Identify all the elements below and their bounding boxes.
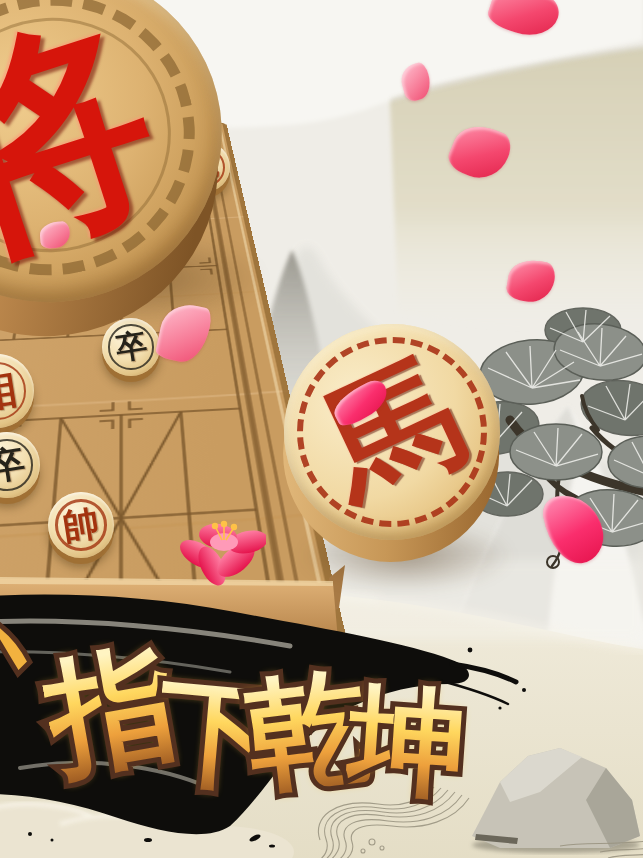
- slogan-partial-stroke: [0, 614, 36, 684]
- char-fill: 坤: [344, 680, 470, 806]
- slogan-char-4: 坤 坤: [344, 680, 470, 806]
- splash-screen: 車 炮 卒 相 卒 帥 将 馬: [0, 0, 643, 858]
